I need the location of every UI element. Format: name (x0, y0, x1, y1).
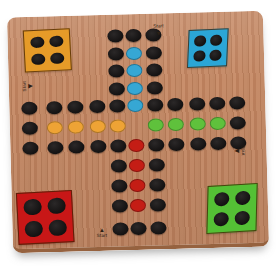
track-hole[interactable] (108, 47, 124, 60)
yard-hole[interactable] (210, 35, 222, 46)
yard-hole[interactable] (25, 221, 43, 237)
track-hole[interactable] (67, 100, 83, 113)
track-hole[interactable] (110, 139, 126, 152)
track-hole[interactable] (146, 63, 162, 76)
track-hole[interactable] (210, 136, 226, 149)
track-hole[interactable] (22, 141, 38, 154)
track-hole[interactable] (149, 178, 165, 191)
track-hole[interactable] (129, 158, 145, 171)
track-hole[interactable] (109, 99, 125, 112)
yard-bottom-right-green (206, 183, 257, 234)
yard-hole[interactable] (214, 212, 229, 227)
yard-hole[interactable] (210, 50, 222, 61)
track-hole[interactable] (229, 96, 245, 109)
start-label: Start (153, 24, 164, 29)
track-hole[interactable] (130, 221, 146, 234)
track-hole[interactable] (209, 96, 225, 109)
yard-hole[interactable] (48, 198, 66, 214)
yard-hole[interactable] (235, 210, 250, 225)
track-hole[interactable] (128, 138, 144, 151)
track-hole[interactable] (126, 46, 142, 59)
yard-hole[interactable] (24, 199, 42, 215)
track-hole[interactable] (127, 81, 143, 94)
track-hole[interactable] (47, 140, 63, 153)
track-hole[interactable] (148, 118, 164, 131)
track-hole[interactable] (90, 119, 106, 132)
yard-hole[interactable] (194, 35, 206, 46)
track-hole[interactable] (68, 120, 84, 133)
track-hole[interactable] (46, 100, 62, 113)
track-hole[interactable] (109, 82, 125, 95)
start-marker-orange: Start ▶ (23, 81, 33, 92)
track-hole[interactable] (190, 117, 206, 130)
photo-background: Start ▶ Start ▼ ▲ Start ◀ Start (0, 0, 280, 280)
track-hole[interactable] (147, 81, 163, 94)
track-hole[interactable] (148, 138, 164, 151)
yard-hole[interactable] (50, 52, 65, 65)
track-hole[interactable] (150, 198, 166, 211)
track-hole[interactable] (125, 28, 141, 41)
start-marker-blue: Start ▼ (153, 24, 164, 36)
track-hole[interactable] (22, 121, 38, 134)
start-marker-red: ▲ Start (96, 227, 107, 239)
arrow-down-icon: ▼ (156, 30, 162, 36)
yard-hole[interactable] (31, 53, 46, 66)
yard-hole[interactable] (193, 50, 205, 61)
track-hole[interactable] (110, 119, 126, 132)
track-hole[interactable] (146, 46, 162, 59)
track-hole[interactable] (112, 222, 128, 235)
yard-hole[interactable] (49, 220, 67, 236)
track-hole[interactable] (150, 221, 166, 234)
track-hole[interactable] (210, 116, 226, 129)
track-hole[interactable] (189, 97, 205, 110)
track-hole[interactable] (126, 63, 142, 76)
track-hole[interactable] (167, 97, 183, 110)
yard-hole[interactable] (235, 190, 250, 205)
track-hole[interactable] (21, 101, 37, 114)
yard-hole[interactable] (49, 35, 64, 48)
arrow-left-icon: ◀ (234, 148, 239, 154)
track-hole[interactable] (108, 64, 124, 77)
track-hole[interactable] (112, 199, 128, 212)
track-hole[interactable] (147, 98, 163, 111)
track-hole[interactable] (111, 159, 127, 172)
track-hole[interactable] (89, 99, 105, 112)
track-holes-layer (7, 11, 263, 18)
track-hole[interactable] (68, 140, 84, 153)
track-hole[interactable] (190, 137, 206, 150)
track-hole[interactable] (127, 98, 143, 111)
track-hole[interactable] (47, 120, 63, 133)
start-label: Start (23, 81, 28, 92)
track-hole[interactable] (130, 198, 146, 211)
yard-hole[interactable] (30, 36, 45, 49)
start-marker-green: ◀ Start (234, 145, 244, 156)
track-hole[interactable] (90, 139, 106, 152)
track-hole[interactable] (230, 116, 246, 129)
yard-top-right-blue (187, 28, 229, 68)
track-hole[interactable] (129, 178, 145, 191)
start-label: Start (240, 145, 245, 156)
ludo-board: Start ▶ Start ▼ ▲ Start ◀ Start (7, 11, 269, 254)
track-hole[interactable] (168, 137, 184, 150)
track-hole[interactable] (111, 179, 127, 192)
track-hole[interactable] (149, 158, 165, 171)
arrow-right-icon: ▶ (28, 83, 33, 89)
yard-top-left-orange (23, 28, 72, 72)
start-label: Start (97, 234, 108, 239)
yard-hole[interactable] (214, 192, 229, 207)
track-hole[interactable] (107, 29, 123, 42)
yard-bottom-left-red (16, 190, 75, 245)
track-hole[interactable] (168, 117, 184, 130)
